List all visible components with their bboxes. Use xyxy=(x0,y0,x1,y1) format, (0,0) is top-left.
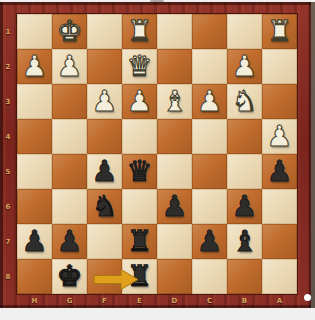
page-background: 12345678 ♚♜♜♟♟♛♟♟♟♝♟♞♟♟♛♟♞♟♟♟♟♜♟♝♚♜ HGFE… xyxy=(0,0,315,320)
square-e1[interactable]: ♜ xyxy=(122,14,157,49)
piece-black-knight[interactable]: ♞ xyxy=(87,189,122,224)
file-label-b: B xyxy=(227,294,262,308)
square-c2[interactable] xyxy=(192,49,227,84)
square-d8[interactable] xyxy=(157,259,192,294)
square-g3[interactable] xyxy=(52,84,87,119)
square-a7[interactable] xyxy=(262,224,297,259)
piece-black-bishop[interactable]: ♝ xyxy=(227,224,262,259)
square-b3[interactable]: ♞ xyxy=(227,84,262,119)
file-label-e: E xyxy=(122,294,157,308)
square-f3[interactable]: ♟ xyxy=(87,84,122,119)
file-label-a: A xyxy=(262,294,297,308)
piece-black-rook[interactable]: ♜ xyxy=(122,259,157,294)
piece-white-pawn[interactable]: ♟ xyxy=(227,49,262,84)
file-label-g: G xyxy=(52,294,87,308)
square-a4[interactable]: ♟ xyxy=(262,119,297,154)
square-a1[interactable]: ♜ xyxy=(262,14,297,49)
square-h7[interactable]: ♟ xyxy=(17,224,52,259)
piece-black-rook[interactable]: ♜ xyxy=(122,224,157,259)
square-a6[interactable] xyxy=(262,189,297,224)
square-f6[interactable]: ♞ xyxy=(87,189,122,224)
square-b4[interactable] xyxy=(227,119,262,154)
file-label-h: H xyxy=(17,294,52,308)
piece-black-queen[interactable]: ♛ xyxy=(122,154,157,189)
square-e7[interactable]: ♜ xyxy=(122,224,157,259)
square-c1[interactable] xyxy=(192,14,227,49)
rank-labels: 12345678 xyxy=(0,14,16,294)
square-c5[interactable] xyxy=(192,154,227,189)
piece-white-pawn[interactable]: ♟ xyxy=(192,84,227,119)
square-g7[interactable]: ♟ xyxy=(52,224,87,259)
rank-label-1: 1 xyxy=(0,14,16,49)
square-d4[interactable] xyxy=(157,119,192,154)
square-h5[interactable] xyxy=(17,154,52,189)
square-a3[interactable] xyxy=(262,84,297,119)
board-right-edge xyxy=(311,2,315,308)
rank-label-5: 5 xyxy=(0,154,16,189)
square-b5[interactable] xyxy=(227,154,262,189)
piece-white-rook[interactable]: ♜ xyxy=(122,14,157,49)
piece-white-rook[interactable]: ♜ xyxy=(262,14,297,49)
square-h4[interactable] xyxy=(17,119,52,154)
piece-white-pawn[interactable]: ♟ xyxy=(122,84,157,119)
square-f1[interactable] xyxy=(87,14,122,49)
square-d6[interactable]: ♟ xyxy=(157,189,192,224)
square-c4[interactable] xyxy=(192,119,227,154)
piece-white-pawn[interactable]: ♟ xyxy=(52,49,87,84)
piece-white-pawn[interactable]: ♟ xyxy=(262,119,297,154)
square-c7[interactable]: ♟ xyxy=(192,224,227,259)
square-c6[interactable] xyxy=(192,189,227,224)
square-e8[interactable]: ♜ xyxy=(122,259,157,294)
piece-black-pawn[interactable]: ♟ xyxy=(262,154,297,189)
chess-board-widget: 12345678 ♚♜♜♟♟♛♟♟♟♝♟♞♟♟♛♟♞♟♟♟♟♜♟♝♚♜ HGFE… xyxy=(0,2,311,308)
piece-black-pawn[interactable]: ♟ xyxy=(192,224,227,259)
square-e5[interactable]: ♛ xyxy=(122,154,157,189)
file-label-f: F xyxy=(87,294,122,308)
rank-label-7: 7 xyxy=(0,224,16,259)
piece-black-king[interactable]: ♚ xyxy=(52,259,87,294)
square-e3[interactable]: ♟ xyxy=(122,84,157,119)
file-label-d: D xyxy=(157,294,192,308)
square-h6[interactable] xyxy=(17,189,52,224)
square-f8[interactable] xyxy=(87,259,122,294)
piece-black-pawn[interactable]: ♟ xyxy=(17,224,52,259)
square-b2[interactable]: ♟ xyxy=(227,49,262,84)
square-c3[interactable]: ♟ xyxy=(192,84,227,119)
rank-label-8: 8 xyxy=(0,259,16,294)
square-d2[interactable] xyxy=(157,49,192,84)
piece-white-bishop[interactable]: ♝ xyxy=(157,84,192,119)
square-a8[interactable] xyxy=(262,259,297,294)
square-a2[interactable] xyxy=(262,49,297,84)
square-g2[interactable]: ♟ xyxy=(52,49,87,84)
square-f2[interactable] xyxy=(87,49,122,84)
square-f5[interactable]: ♟ xyxy=(87,154,122,189)
square-g4[interactable] xyxy=(52,119,87,154)
square-e4[interactable] xyxy=(122,119,157,154)
chess-board-grid: ♚♜♜♟♟♛♟♟♟♝♟♞♟♟♛♟♞♟♟♟♟♜♟♝♚♜ xyxy=(17,14,297,294)
square-b7[interactable]: ♝ xyxy=(227,224,262,259)
rank-label-3: 3 xyxy=(0,84,16,119)
piece-white-knight[interactable]: ♞ xyxy=(227,84,262,119)
square-g6[interactable] xyxy=(52,189,87,224)
square-f4[interactable] xyxy=(87,119,122,154)
piece-white-queen[interactable]: ♛ xyxy=(122,49,157,84)
file-labels: HGFEDCBA xyxy=(17,294,297,308)
file-label-c: C xyxy=(192,294,227,308)
piece-black-pawn[interactable]: ♟ xyxy=(227,189,262,224)
rank-label-4: 4 xyxy=(0,119,16,154)
square-h1[interactable] xyxy=(17,14,52,49)
piece-black-pawn[interactable]: ♟ xyxy=(157,189,192,224)
square-d7[interactable] xyxy=(157,224,192,259)
piece-white-pawn[interactable]: ♟ xyxy=(87,84,122,119)
square-h8[interactable] xyxy=(17,259,52,294)
piece-white-pawn[interactable]: ♟ xyxy=(17,49,52,84)
square-e2[interactable]: ♛ xyxy=(122,49,157,84)
square-b8[interactable] xyxy=(227,259,262,294)
square-b6[interactable]: ♟ xyxy=(227,189,262,224)
square-f7[interactable] xyxy=(87,224,122,259)
square-d5[interactable] xyxy=(157,154,192,189)
square-g5[interactable] xyxy=(52,154,87,189)
square-h2[interactable]: ♟ xyxy=(17,49,52,84)
white-to-move-indicator xyxy=(304,294,311,301)
square-g1[interactable]: ♚ xyxy=(52,14,87,49)
square-d1[interactable] xyxy=(157,14,192,49)
piece-white-king[interactable]: ♚ xyxy=(52,14,87,49)
square-g8[interactable]: ♚ xyxy=(52,259,87,294)
square-a5[interactable]: ♟ xyxy=(262,154,297,189)
square-h3[interactable] xyxy=(17,84,52,119)
square-b1[interactable] xyxy=(227,14,262,49)
square-e6[interactable] xyxy=(122,189,157,224)
square-d3[interactable]: ♝ xyxy=(157,84,192,119)
square-c8[interactable] xyxy=(192,259,227,294)
piece-black-pawn[interactable]: ♟ xyxy=(87,154,122,189)
rank-label-6: 6 xyxy=(0,189,16,224)
piece-black-pawn[interactable]: ♟ xyxy=(52,224,87,259)
rank-label-2: 2 xyxy=(0,49,16,84)
